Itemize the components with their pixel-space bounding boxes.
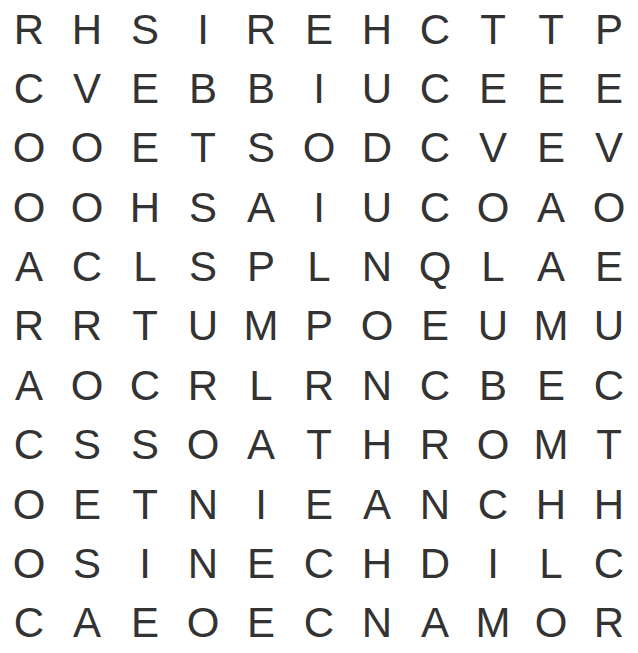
grid-cell-r11c6[interactable]: C [290, 594, 348, 653]
grid-cell-r11c11[interactable]: R [580, 594, 638, 653]
grid-cell-r10c10[interactable]: L [522, 534, 580, 593]
grid-cell-r4c11[interactable]: O [580, 178, 638, 237]
grid-cell-r6c4[interactable]: U [174, 297, 232, 356]
grid-cell-r1c8[interactable]: C [406, 0, 464, 59]
grid-cell-r5c6[interactable]: L [290, 237, 348, 296]
grid-cell-r1c7[interactable]: H [348, 0, 406, 59]
grid-cell-r9c6[interactable]: E [290, 475, 348, 534]
grid-cell-r2c6[interactable]: I [290, 59, 348, 118]
grid-cell-r4c7[interactable]: U [348, 178, 406, 237]
grid-cell-r5c1[interactable]: A [0, 237, 58, 296]
grid-cell-r2c7[interactable]: U [348, 59, 406, 118]
grid-cell-r1c1[interactable]: R [0, 0, 58, 59]
grid-cell-r9c7[interactable]: A [348, 475, 406, 534]
grid-cell-r1c11[interactable]: P [580, 0, 638, 59]
grid-cell-r11c9[interactable]: M [464, 594, 522, 653]
grid-cell-r7c9[interactable]: B [464, 356, 522, 415]
grid-cell-r3c8[interactable]: C [406, 119, 464, 178]
grid-cell-r5c8[interactable]: Q [406, 237, 464, 296]
grid-cell-r3c3[interactable]: E [116, 119, 174, 178]
grid-cell-r8c3[interactable]: S [116, 416, 174, 475]
grid-cell-r2c2[interactable]: V [58, 59, 116, 118]
grid-cell-r9c3[interactable]: T [116, 475, 174, 534]
grid-cell-r8c7[interactable]: H [348, 416, 406, 475]
grid-cell-r7c2[interactable]: O [58, 356, 116, 415]
grid-cell-r9c1[interactable]: O [0, 475, 58, 534]
grid-cell-r5c5[interactable]: P [232, 237, 290, 296]
grid-cell-r11c5[interactable]: E [232, 594, 290, 653]
grid-cell-r9c11[interactable]: H [580, 475, 638, 534]
grid-cell-r6c6[interactable]: P [290, 297, 348, 356]
grid-cell-r3c4[interactable]: T [174, 119, 232, 178]
grid-cell-r11c10[interactable]: O [522, 594, 580, 653]
grid-cell-r10c11[interactable]: C [580, 534, 638, 593]
grid-cell-r5c10[interactable]: A [522, 237, 580, 296]
grid-cell-r9c9[interactable]: C [464, 475, 522, 534]
grid-cell-r4c3[interactable]: H [116, 178, 174, 237]
grid-cell-r9c4[interactable]: N [174, 475, 232, 534]
grid-cell-r3c9[interactable]: V [464, 119, 522, 178]
grid-cell-r5c4[interactable]: S [174, 237, 232, 296]
grid-cell-r10c4[interactable]: N [174, 534, 232, 593]
grid-cell-r9c10[interactable]: H [522, 475, 580, 534]
word-search-board: RHSIREHCTTPCVEBBIUCEEEOOETSODCVEVOOHSAIU… [0, 0, 638, 653]
grid-cell-r2c10[interactable]: E [522, 59, 580, 118]
grid-cell-r5c9[interactable]: L [464, 237, 522, 296]
grid-cell-r2c4[interactable]: B [174, 59, 232, 118]
grid-cell-r8c10[interactable]: M [522, 416, 580, 475]
grid-cell-r7c11[interactable]: C [580, 356, 638, 415]
grid-cell-r8c4[interactable]: O [174, 416, 232, 475]
grid-cell-r11c3[interactable]: E [116, 594, 174, 653]
grid-cell-r9c5[interactable]: I [232, 475, 290, 534]
grid-cell-r7c5[interactable]: L [232, 356, 290, 415]
grid-cell-r7c10[interactable]: E [522, 356, 580, 415]
grid-cell-r3c5[interactable]: S [232, 119, 290, 178]
grid-cell-r5c2[interactable]: C [58, 237, 116, 296]
grid-cell-r3c10[interactable]: E [522, 119, 580, 178]
grid-cell-r10c8[interactable]: D [406, 534, 464, 593]
grid-cell-r11c4[interactable]: O [174, 594, 232, 653]
grid-cell-r1c4[interactable]: I [174, 0, 232, 59]
grid-cell-r1c2[interactable]: H [58, 0, 116, 59]
grid-cell-r4c8[interactable]: C [406, 178, 464, 237]
grid-cell-r6c2[interactable]: R [58, 297, 116, 356]
grid-cell-r7c3[interactable]: C [116, 356, 174, 415]
grid-cell-r8c5[interactable]: A [232, 416, 290, 475]
grid-cell-r4c5[interactable]: A [232, 178, 290, 237]
grid-cell-r7c8[interactable]: C [406, 356, 464, 415]
grid-cell-r11c7[interactable]: N [348, 594, 406, 653]
grid-cell-r2c5[interactable]: B [232, 59, 290, 118]
grid-cell-r6c10[interactable]: M [522, 297, 580, 356]
grid-cell-r8c8[interactable]: R [406, 416, 464, 475]
grid-cell-r4c10[interactable]: A [522, 178, 580, 237]
grid-cell-r10c7[interactable]: H [348, 534, 406, 593]
grid-cell-r8c11[interactable]: T [580, 416, 638, 475]
grid-cell-r2c9[interactable]: E [464, 59, 522, 118]
grid-cell-r2c3[interactable]: E [116, 59, 174, 118]
grid-cell-r10c5[interactable]: E [232, 534, 290, 593]
grid-cell-r4c9[interactable]: O [464, 178, 522, 237]
grid-cell-r7c1[interactable]: A [0, 356, 58, 415]
grid-cell-r8c9[interactable]: O [464, 416, 522, 475]
grid-cell-r2c1[interactable]: C [0, 59, 58, 118]
grid-cell-r3c11[interactable]: V [580, 119, 638, 178]
grid-cell-r6c9[interactable]: U [464, 297, 522, 356]
grid-cell-r1c10[interactable]: T [522, 0, 580, 59]
grid-cell-r9c2[interactable]: E [58, 475, 116, 534]
grid-cell-r11c2[interactable]: A [58, 594, 116, 653]
grid-cell-r4c4[interactable]: S [174, 178, 232, 237]
grid-cell-r3c6[interactable]: O [290, 119, 348, 178]
grid-cell-r10c1[interactable]: O [0, 534, 58, 593]
grid-cell-r1c5[interactable]: R [232, 0, 290, 59]
grid-cell-r3c2[interactable]: O [58, 119, 116, 178]
grid-cell-r6c3[interactable]: T [116, 297, 174, 356]
grid-cell-r3c1[interactable]: O [0, 119, 58, 178]
grid-cell-r6c8[interactable]: E [406, 297, 464, 356]
grid-cell-r11c8[interactable]: A [406, 594, 464, 653]
grid-cell-r6c7[interactable]: O [348, 297, 406, 356]
grid-cell-r7c6[interactable]: R [290, 356, 348, 415]
grid-cell-r2c8[interactable]: C [406, 59, 464, 118]
grid-cell-r10c3[interactable]: I [116, 534, 174, 593]
grid-cell-r7c7[interactable]: N [348, 356, 406, 415]
grid-cell-r8c1[interactable]: C [0, 416, 58, 475]
grid-cell-r4c2[interactable]: O [58, 178, 116, 237]
grid-cell-r10c2[interactable]: S [58, 534, 116, 593]
grid-cell-r10c9[interactable]: I [464, 534, 522, 593]
grid-cell-r10c6[interactable]: C [290, 534, 348, 593]
grid-cell-r5c3[interactable]: L [116, 237, 174, 296]
grid-cell-r1c6[interactable]: E [290, 0, 348, 59]
grid-cell-r1c3[interactable]: S [116, 0, 174, 59]
grid-cell-r5c11[interactable]: E [580, 237, 638, 296]
grid-cell-r1c9[interactable]: T [464, 0, 522, 59]
grid-cell-r5c7[interactable]: N [348, 237, 406, 296]
grid-cell-r4c6[interactable]: I [290, 178, 348, 237]
grid-cell-r7c4[interactable]: R [174, 356, 232, 415]
grid-cell-r8c6[interactable]: T [290, 416, 348, 475]
grid-cell-r9c8[interactable]: N [406, 475, 464, 534]
grid-cell-r2c11[interactable]: E [580, 59, 638, 118]
grid-cell-r4c1[interactable]: O [0, 178, 58, 237]
grid-cell-r11c1[interactable]: C [0, 594, 58, 653]
grid-cell-r6c5[interactable]: M [232, 297, 290, 356]
grid-cell-r8c2[interactable]: S [58, 416, 116, 475]
grid-cell-r6c11[interactable]: U [580, 297, 638, 356]
grid-cell-r3c7[interactable]: D [348, 119, 406, 178]
grid-cell-r6c1[interactable]: R [0, 297, 58, 356]
